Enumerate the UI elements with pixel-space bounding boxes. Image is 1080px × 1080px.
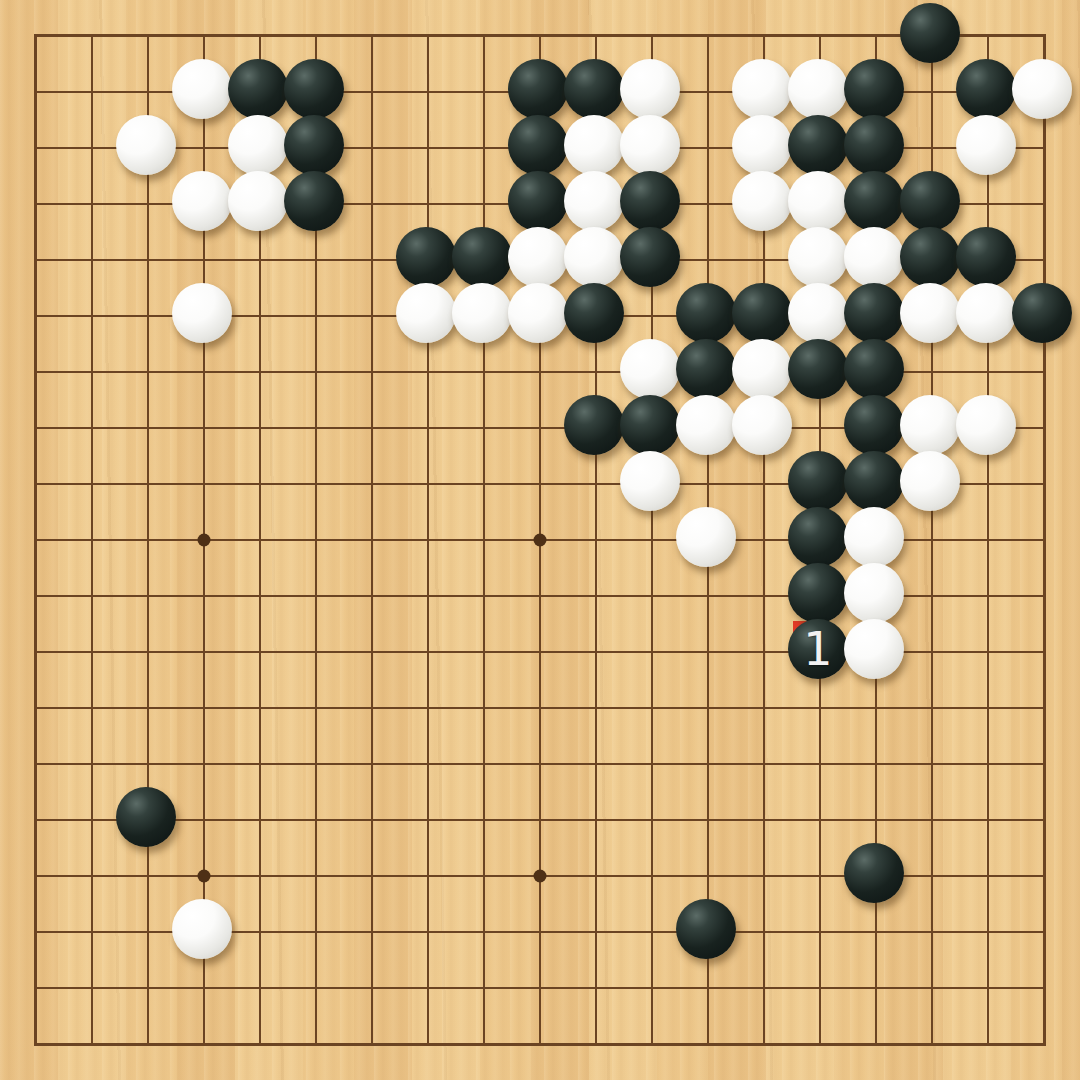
white-stone[interactable] (508, 227, 568, 287)
go-board[interactable]: 1 (0, 0, 1080, 1080)
white-stone[interactable] (508, 283, 568, 343)
black-stone[interactable] (284, 171, 344, 231)
black-stone[interactable] (396, 227, 456, 287)
white-stone[interactable] (844, 227, 904, 287)
white-stone[interactable] (620, 451, 680, 511)
white-stone[interactable] (844, 619, 904, 679)
star-point (534, 534, 547, 547)
white-stone[interactable] (172, 171, 232, 231)
black-stone[interactable] (452, 227, 512, 287)
black-stone[interactable] (508, 59, 568, 119)
move-number-label: 1 (788, 619, 848, 679)
white-stone[interactable] (956, 115, 1016, 175)
white-stone[interactable] (620, 115, 680, 175)
white-stone[interactable] (788, 227, 848, 287)
black-stone[interactable] (676, 339, 736, 399)
white-stone[interactable] (172, 899, 232, 959)
black-stone[interactable] (844, 115, 904, 175)
white-stone[interactable] (1012, 59, 1072, 119)
white-stone[interactable] (620, 339, 680, 399)
black-stone[interactable] (564, 59, 624, 119)
black-stone[interactable] (956, 59, 1016, 119)
white-stone[interactable] (956, 395, 1016, 455)
white-stone[interactable] (956, 283, 1016, 343)
black-stone[interactable] (788, 563, 848, 623)
white-stone[interactable] (732, 395, 792, 455)
white-stone[interactable] (732, 59, 792, 119)
black-stone[interactable] (844, 339, 904, 399)
white-stone[interactable] (564, 227, 624, 287)
black-stone[interactable] (228, 59, 288, 119)
white-stone[interactable] (900, 395, 960, 455)
black-stone[interactable] (732, 283, 792, 343)
white-stone[interactable] (788, 283, 848, 343)
black-stone[interactable] (844, 395, 904, 455)
white-stone[interactable] (228, 115, 288, 175)
white-stone[interactable] (844, 563, 904, 623)
white-stone[interactable] (900, 283, 960, 343)
black-stone[interactable] (676, 283, 736, 343)
black-stone[interactable] (676, 899, 736, 959)
black-stone[interactable] (1012, 283, 1072, 343)
black-stone[interactable] (620, 395, 680, 455)
black-stone[interactable] (900, 171, 960, 231)
white-stone[interactable] (732, 115, 792, 175)
white-stone[interactable] (732, 171, 792, 231)
black-stone[interactable] (116, 787, 176, 847)
black-stone[interactable] (564, 283, 624, 343)
black-stone[interactable] (844, 171, 904, 231)
black-stone[interactable] (508, 115, 568, 175)
white-stone[interactable] (676, 507, 736, 567)
black-stone[interactable]: 1 (788, 619, 848, 679)
black-stone[interactable] (900, 3, 960, 63)
black-stone[interactable] (900, 227, 960, 287)
star-point (198, 870, 211, 883)
white-stone[interactable] (564, 115, 624, 175)
white-stone[interactable] (396, 283, 456, 343)
black-stone[interactable] (620, 227, 680, 287)
white-stone[interactable] (172, 59, 232, 119)
white-stone[interactable] (676, 395, 736, 455)
black-stone[interactable] (788, 339, 848, 399)
white-stone[interactable] (788, 59, 848, 119)
white-stone[interactable] (564, 171, 624, 231)
black-stone[interactable] (844, 283, 904, 343)
black-stone[interactable] (284, 115, 344, 175)
white-stone[interactable] (228, 171, 288, 231)
black-stone[interactable] (844, 843, 904, 903)
star-point (534, 870, 547, 883)
black-stone[interactable] (788, 115, 848, 175)
black-stone[interactable] (788, 507, 848, 567)
black-stone[interactable] (844, 59, 904, 119)
black-stone[interactable] (788, 451, 848, 511)
black-stone[interactable] (620, 171, 680, 231)
black-stone[interactable] (508, 171, 568, 231)
white-stone[interactable] (172, 283, 232, 343)
white-stone[interactable] (788, 171, 848, 231)
black-stone[interactable] (844, 451, 904, 511)
white-stone[interactable] (620, 59, 680, 119)
black-stone[interactable] (564, 395, 624, 455)
black-stone[interactable] (956, 227, 1016, 287)
white-stone[interactable] (116, 115, 176, 175)
white-stone[interactable] (732, 339, 792, 399)
white-stone[interactable] (844, 507, 904, 567)
white-stone[interactable] (900, 451, 960, 511)
white-stone[interactable] (452, 283, 512, 343)
black-stone[interactable] (284, 59, 344, 119)
star-point (198, 534, 211, 547)
